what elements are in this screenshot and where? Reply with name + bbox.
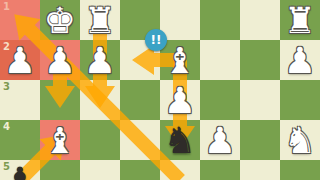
square-b1[interactable] xyxy=(240,0,280,40)
square-b3[interactable] xyxy=(240,80,280,120)
rank-label-3: 3 xyxy=(3,81,10,92)
piece-white-pawn-h2[interactable]: ♟ xyxy=(0,40,40,80)
piece-white-pawn-g2[interactable]: ♟ xyxy=(40,40,80,80)
brilliant-move-symbol: !! xyxy=(151,33,162,47)
square-f5[interactable] xyxy=(80,160,120,180)
square-c3[interactable] xyxy=(200,80,240,120)
square-b5[interactable] xyxy=(240,160,280,180)
piece-white-knight-a4[interactable]: ♞ xyxy=(280,120,320,160)
rank-label-4: 4 xyxy=(3,121,10,132)
piece-white-pawn-a2[interactable]: ♟ xyxy=(280,40,320,80)
square-c5[interactable] xyxy=(200,160,240,180)
piece-white-rook-a1[interactable]: ♜ xyxy=(280,0,320,40)
piece-black-pawn-h5[interactable]: ♟ xyxy=(0,160,40,180)
square-e4[interactable] xyxy=(120,120,160,160)
rank-label-1: 1 xyxy=(3,1,10,12)
piece-white-pawn-f2[interactable]: ♟ xyxy=(80,40,120,80)
square-g3[interactable] xyxy=(40,80,80,120)
piece-black-knight-d4[interactable]: ♞ xyxy=(160,120,200,160)
brilliant-move-badge: !! xyxy=(145,29,167,51)
square-d1[interactable] xyxy=(160,0,200,40)
square-g5[interactable] xyxy=(40,160,80,180)
square-d5[interactable] xyxy=(160,160,200,180)
square-c2[interactable] xyxy=(200,40,240,80)
square-a5[interactable] xyxy=(280,160,320,180)
square-b4[interactable] xyxy=(240,120,280,160)
square-f3[interactable] xyxy=(80,80,120,120)
square-b2[interactable] xyxy=(240,40,280,80)
square-e3[interactable] xyxy=(120,80,160,120)
piece-white-rook-f1[interactable]: ♜ xyxy=(80,0,120,40)
piece-white-pawn-d3[interactable]: ♟ xyxy=(160,80,200,120)
piece-white-king-g1[interactable]: ♚ xyxy=(40,0,80,40)
piece-white-bishop-d2[interactable]: ♝ xyxy=(160,40,200,80)
video-frame: 12345 !! ♚♜♜♟♟♟♝♟♟♝♞♟♞♟ xyxy=(0,0,320,180)
square-f4[interactable] xyxy=(80,120,120,160)
square-e5[interactable] xyxy=(120,160,160,180)
piece-white-bishop-g4[interactable]: ♝ xyxy=(40,120,80,160)
square-a3[interactable] xyxy=(280,80,320,120)
piece-white-pawn-c4[interactable]: ♟ xyxy=(200,120,240,160)
square-c1[interactable] xyxy=(200,0,240,40)
